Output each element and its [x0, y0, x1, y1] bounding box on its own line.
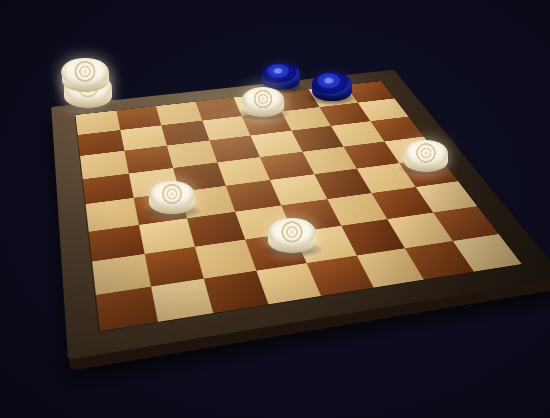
- white-man-piece-square17[interactable]: [149, 181, 195, 214]
- square-r8c2-light[interactable]: [150, 278, 213, 322]
- checker-disc: [404, 140, 448, 172]
- checker-disc: [268, 218, 316, 253]
- checker-disc: [312, 72, 352, 101]
- checker-grooved-top: [61, 58, 109, 87]
- white-man-piece-square26[interactable]: [268, 218, 316, 253]
- photo-background: [0, 0, 550, 418]
- checker-disc: [61, 58, 109, 93]
- checker-grooved-top: [149, 181, 195, 209]
- white-man-piece-square24[interactable]: [404, 140, 448, 172]
- white-man-piece-square14[interactable]: [242, 87, 284, 117]
- checker-grooved-top: [268, 218, 316, 247]
- board-playing-area: [75, 81, 521, 331]
- square-r8c1-dark[interactable]: [96, 286, 158, 331]
- blue-man-piece-square15[interactable]: [312, 72, 352, 101]
- white-king-piece-square5[interactable]: [64, 58, 112, 108]
- checkers-board: [51, 70, 550, 360]
- checker-disc: [149, 181, 195, 214]
- checker-grooved-top: [312, 72, 352, 96]
- checker-disc: [242, 87, 284, 117]
- checker-grooved-top: [242, 87, 284, 112]
- checker-grooved-top: [262, 63, 300, 86]
